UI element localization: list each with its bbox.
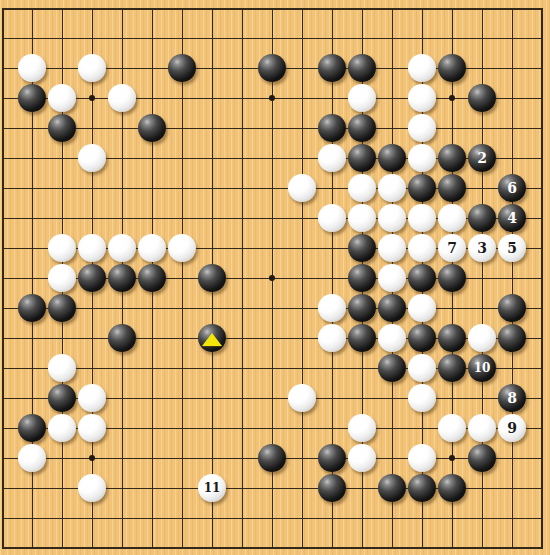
white-stone[interactable] [408, 354, 436, 382]
white-stone[interactable] [48, 264, 76, 292]
black-stone[interactable] [438, 264, 466, 292]
white-stone[interactable] [468, 414, 496, 442]
grid-line-horizontal [2, 308, 543, 309]
black-stone[interactable] [438, 324, 466, 352]
white-stone[interactable] [348, 174, 376, 202]
black-stone[interactable]: 10 [468, 354, 496, 382]
white-stone[interactable] [48, 234, 76, 262]
white-stone[interactable] [288, 174, 316, 202]
black-stone[interactable] [378, 294, 406, 322]
black-stone[interactable] [468, 204, 496, 232]
white-stone[interactable] [438, 204, 466, 232]
white-stone[interactable] [18, 444, 46, 472]
black-stone[interactable] [138, 114, 166, 142]
white-stone[interactable] [48, 84, 76, 112]
move-number-label: 6 [507, 181, 517, 195]
white-stone[interactable] [378, 204, 406, 232]
black-stone[interactable] [498, 324, 526, 352]
black-stone[interactable] [78, 264, 106, 292]
move-number-label: 11 [204, 482, 221, 494]
black-stone[interactable] [408, 174, 436, 202]
black-stone[interactable] [108, 324, 136, 352]
black-stone[interactable] [138, 264, 166, 292]
white-stone[interactable] [378, 234, 406, 262]
black-stone[interactable] [18, 414, 46, 442]
white-stone[interactable] [168, 234, 196, 262]
black-stone[interactable] [438, 174, 466, 202]
white-stone[interactable] [78, 234, 106, 262]
black-stone[interactable] [408, 264, 436, 292]
black-stone[interactable]: 6 [498, 174, 526, 202]
move-number-label: 5 [507, 241, 517, 255]
black-stone[interactable] [258, 54, 286, 82]
white-stone[interactable] [408, 294, 436, 322]
white-stone[interactable] [348, 84, 376, 112]
white-stone[interactable] [318, 294, 346, 322]
star-point [269, 275, 275, 281]
black-stone[interactable] [48, 384, 76, 412]
white-stone[interactable] [408, 444, 436, 472]
black-stone[interactable] [258, 444, 286, 472]
white-stone[interactable] [48, 354, 76, 382]
black-stone[interactable] [318, 444, 346, 472]
black-stone[interactable] [318, 474, 346, 502]
black-stone[interactable] [468, 84, 496, 112]
white-stone[interactable] [348, 444, 376, 472]
black-stone[interactable] [378, 144, 406, 172]
black-stone[interactable] [348, 264, 376, 292]
white-stone[interactable] [438, 414, 466, 442]
black-stone[interactable] [438, 354, 466, 382]
move-number-label: 8 [507, 391, 517, 405]
black-stone[interactable] [408, 324, 436, 352]
grid-line-vertical [512, 8, 513, 549]
go-board[interactable]: 264735108911 [0, 0, 550, 555]
star-point [449, 95, 455, 101]
move-number-label: 7 [447, 241, 457, 255]
triangle-marker-icon [202, 333, 222, 346]
white-stone[interactable] [108, 84, 136, 112]
star-point [89, 455, 95, 461]
black-stone[interactable] [348, 234, 376, 262]
black-stone[interactable] [378, 354, 406, 382]
white-stone[interactable] [18, 54, 46, 82]
white-stone[interactable] [78, 54, 106, 82]
black-stone[interactable] [408, 474, 436, 502]
white-stone[interactable]: 5 [498, 234, 526, 262]
grid-line-horizontal [2, 518, 543, 519]
black-stone[interactable] [378, 474, 406, 502]
move-number-label: 3 [477, 241, 487, 255]
star-point [449, 455, 455, 461]
white-stone[interactable] [288, 384, 316, 412]
white-stone[interactable] [78, 144, 106, 172]
black-stone[interactable] [468, 444, 496, 472]
white-stone[interactable] [408, 144, 436, 172]
white-stone[interactable] [78, 384, 106, 412]
black-stone[interactable] [438, 474, 466, 502]
black-stone[interactable] [498, 294, 526, 322]
white-stone[interactable] [378, 264, 406, 292]
white-stone[interactable] [408, 54, 436, 82]
white-stone[interactable] [78, 414, 106, 442]
black-stone[interactable] [318, 114, 346, 142]
black-stone[interactable] [168, 54, 196, 82]
white-stone[interactable] [318, 324, 346, 352]
black-stone[interactable]: 2 [468, 144, 496, 172]
white-stone[interactable] [108, 234, 136, 262]
move-number-label: 10 [474, 362, 491, 374]
white-stone[interactable] [468, 324, 496, 352]
white-stone[interactable]: 7 [438, 234, 466, 262]
white-stone[interactable] [378, 324, 406, 352]
black-stone[interactable] [198, 324, 226, 352]
black-stone[interactable] [348, 324, 376, 352]
black-stone[interactable] [348, 294, 376, 322]
white-stone[interactable] [318, 204, 346, 232]
star-point [269, 95, 275, 101]
black-stone[interactable]: 4 [498, 204, 526, 232]
white-stone[interactable] [408, 234, 436, 262]
white-stone[interactable] [348, 204, 376, 232]
black-stone[interactable] [348, 144, 376, 172]
white-stone[interactable] [48, 414, 76, 442]
grid-line-horizontal [2, 547, 543, 549]
white-stone[interactable] [408, 114, 436, 142]
black-stone[interactable] [438, 144, 466, 172]
white-stone[interactable]: 9 [498, 414, 526, 442]
white-stone[interactable] [408, 384, 436, 412]
black-stone[interactable] [18, 84, 46, 112]
white-stone[interactable] [318, 144, 346, 172]
black-stone[interactable] [18, 294, 46, 322]
white-stone[interactable]: 3 [468, 234, 496, 262]
black-stone[interactable]: 8 [498, 384, 526, 412]
black-stone[interactable] [48, 294, 76, 322]
grid-line-vertical [302, 8, 303, 549]
white-stone[interactable]: 11 [198, 474, 226, 502]
grid-line-vertical [541, 8, 543, 549]
star-point [89, 95, 95, 101]
black-stone[interactable] [198, 264, 226, 292]
black-stone[interactable] [348, 114, 376, 142]
white-stone[interactable] [348, 414, 376, 442]
black-stone[interactable] [108, 264, 136, 292]
black-stone[interactable] [48, 114, 76, 142]
move-number-label: 2 [477, 151, 487, 165]
move-number-label: 9 [507, 421, 517, 435]
white-stone[interactable] [138, 234, 166, 262]
white-stone[interactable] [408, 84, 436, 112]
white-stone[interactable] [78, 474, 106, 502]
black-stone[interactable] [438, 54, 466, 82]
white-stone[interactable] [378, 174, 406, 202]
move-number-label: 4 [507, 211, 517, 225]
black-stone[interactable] [348, 54, 376, 82]
black-stone[interactable] [318, 54, 346, 82]
white-stone[interactable] [408, 204, 436, 232]
